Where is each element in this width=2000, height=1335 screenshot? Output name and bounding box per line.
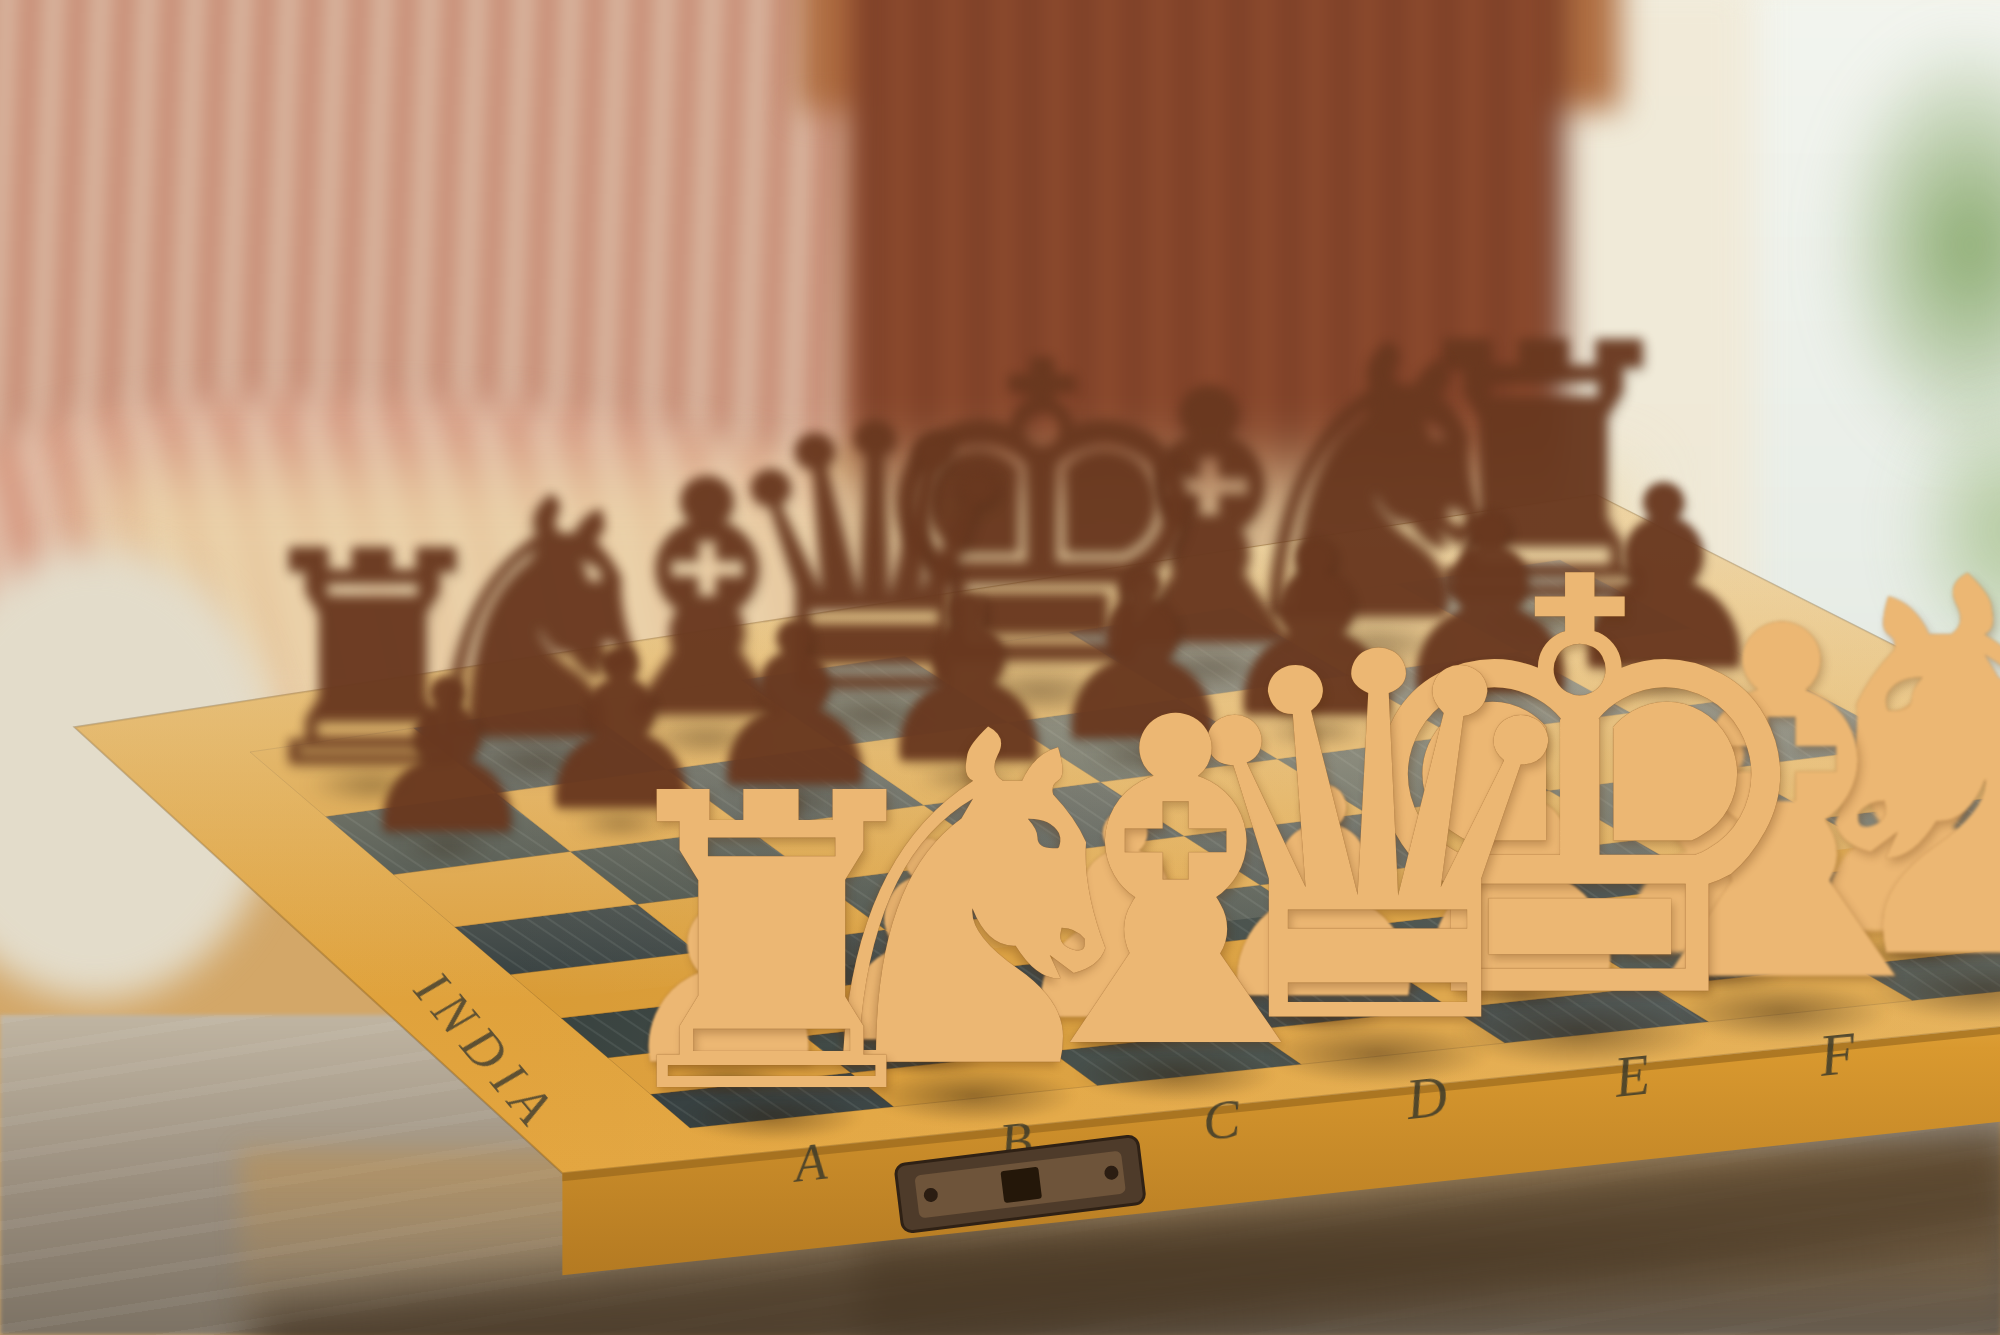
chess-piece-white-rook[interactable]: ♜	[589, 741, 955, 1149]
chess-piece-black-pawn[interactable]: ♟	[352, 652, 542, 864]
photo-stage: ABCDEFGHINDIA ♜♞♝♛♚♝♞♜♟♟♟♟♟♟♟♟♟♟♟♟♟♟♟♟♜♞…	[0, 0, 2000, 1335]
